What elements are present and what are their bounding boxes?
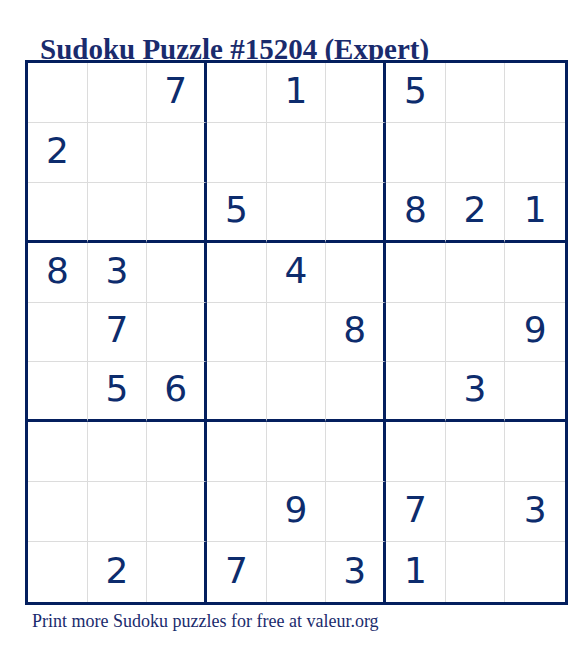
cell-r3c9[interactable]: 1 (505, 183, 565, 243)
cell-r7c3[interactable] (147, 422, 207, 482)
cell-r5c5[interactable] (267, 303, 327, 363)
cell-r7c1[interactable] (28, 422, 88, 482)
cell-r1c4[interactable] (207, 63, 267, 123)
cell-r6c2[interactable]: 5 (88, 362, 148, 422)
cell-r8c5[interactable]: 9 (267, 482, 327, 542)
cell-r5c7[interactable] (386, 303, 446, 363)
cell-r8c7[interactable]: 7 (386, 482, 446, 542)
cell-r2c4[interactable] (207, 123, 267, 183)
cell-r9c6[interactable]: 3 (326, 542, 386, 602)
cell-r5c8[interactable] (446, 303, 506, 363)
cell-r3c7[interactable]: 8 (386, 183, 446, 243)
cell-r2c8[interactable] (446, 123, 506, 183)
cell-r4c1[interactable]: 8 (28, 243, 88, 303)
cell-r8c8[interactable] (446, 482, 506, 542)
cell-r2c6[interactable] (326, 123, 386, 183)
cell-r6c4[interactable] (207, 362, 267, 422)
cell-r1c3[interactable]: 7 (147, 63, 207, 123)
cell-r9c4[interactable]: 7 (207, 542, 267, 602)
cell-r7c6[interactable] (326, 422, 386, 482)
cell-r4c8[interactable] (446, 243, 506, 303)
cell-r8c2[interactable] (88, 482, 148, 542)
cell-r1c2[interactable] (88, 63, 148, 123)
cell-r4c6[interactable] (326, 243, 386, 303)
cell-r2c3[interactable] (147, 123, 207, 183)
cell-r1c5[interactable]: 1 (267, 63, 327, 123)
cell-r1c1[interactable] (28, 63, 88, 123)
cell-r3c8[interactable]: 2 (446, 183, 506, 243)
cell-r4c3[interactable] (147, 243, 207, 303)
cell-r7c2[interactable] (88, 422, 148, 482)
cell-r8c9[interactable]: 3 (505, 482, 565, 542)
cell-r5c1[interactable] (28, 303, 88, 363)
cell-r1c6[interactable] (326, 63, 386, 123)
cell-r8c3[interactable] (147, 482, 207, 542)
cell-r5c6[interactable]: 8 (326, 303, 386, 363)
cell-r9c5[interactable] (267, 542, 327, 602)
cell-r2c9[interactable] (505, 123, 565, 183)
cell-r2c7[interactable] (386, 123, 446, 183)
cell-r9c8[interactable] (446, 542, 506, 602)
cell-r5c4[interactable] (207, 303, 267, 363)
cell-r7c8[interactable] (446, 422, 506, 482)
cell-r8c4[interactable] (207, 482, 267, 542)
cell-r2c2[interactable] (88, 123, 148, 183)
cell-r7c4[interactable] (207, 422, 267, 482)
cell-r7c7[interactable] (386, 422, 446, 482)
cell-r9c2[interactable]: 2 (88, 542, 148, 602)
cell-r6c9[interactable] (505, 362, 565, 422)
cell-r3c5[interactable] (267, 183, 327, 243)
cell-r4c7[interactable] (386, 243, 446, 303)
cell-r6c8[interactable]: 3 (446, 362, 506, 422)
cell-r9c3[interactable] (147, 542, 207, 602)
cell-r6c3[interactable]: 6 (147, 362, 207, 422)
cell-r2c1[interactable]: 2 (28, 123, 88, 183)
cell-r4c2[interactable]: 3 (88, 243, 148, 303)
cell-r1c8[interactable] (446, 63, 506, 123)
cell-r5c2[interactable]: 7 (88, 303, 148, 363)
cell-r8c1[interactable] (28, 482, 88, 542)
footer-note: Print more Sudoku puzzles for free at va… (32, 611, 379, 632)
cell-r7c5[interactable] (267, 422, 327, 482)
cell-r3c2[interactable] (88, 183, 148, 243)
cell-r1c9[interactable] (505, 63, 565, 123)
cell-r7c9[interactable] (505, 422, 565, 482)
sudoku-board: 715258218347895639732731 (25, 60, 568, 605)
cell-r6c5[interactable] (267, 362, 327, 422)
cell-r3c6[interactable] (326, 183, 386, 243)
cell-r3c1[interactable] (28, 183, 88, 243)
cell-r4c4[interactable] (207, 243, 267, 303)
cell-r9c1[interactable] (28, 542, 88, 602)
cell-r9c9[interactable] (505, 542, 565, 602)
cell-r6c1[interactable] (28, 362, 88, 422)
cell-r5c9[interactable]: 9 (505, 303, 565, 363)
cell-r3c3[interactable] (147, 183, 207, 243)
cell-r3c4[interactable]: 5 (207, 183, 267, 243)
cell-r6c7[interactable] (386, 362, 446, 422)
cell-r4c9[interactable] (505, 243, 565, 303)
cell-r4c5[interactable]: 4 (267, 243, 327, 303)
cell-r1c7[interactable]: 5 (386, 63, 446, 123)
cell-r9c7[interactable]: 1 (386, 542, 446, 602)
cell-r6c6[interactable] (326, 362, 386, 422)
cell-r8c6[interactable] (326, 482, 386, 542)
cell-r2c5[interactable] (267, 123, 327, 183)
cell-r5c3[interactable] (147, 303, 207, 363)
